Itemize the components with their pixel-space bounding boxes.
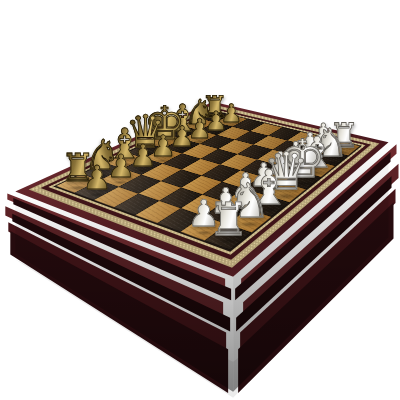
chess-set-photo: ♜♟♞♟♝♟♚♟♟♜♛♟♟♞♝♟♟♝♞♟♟♚♜♟♟♛♟♝♟♞♟♜ — [0, 0, 400, 400]
piece-white-rook[interactable]: ♜ — [208, 196, 249, 241]
piece-black-pawn[interactable]: ♟ — [82, 162, 112, 195]
